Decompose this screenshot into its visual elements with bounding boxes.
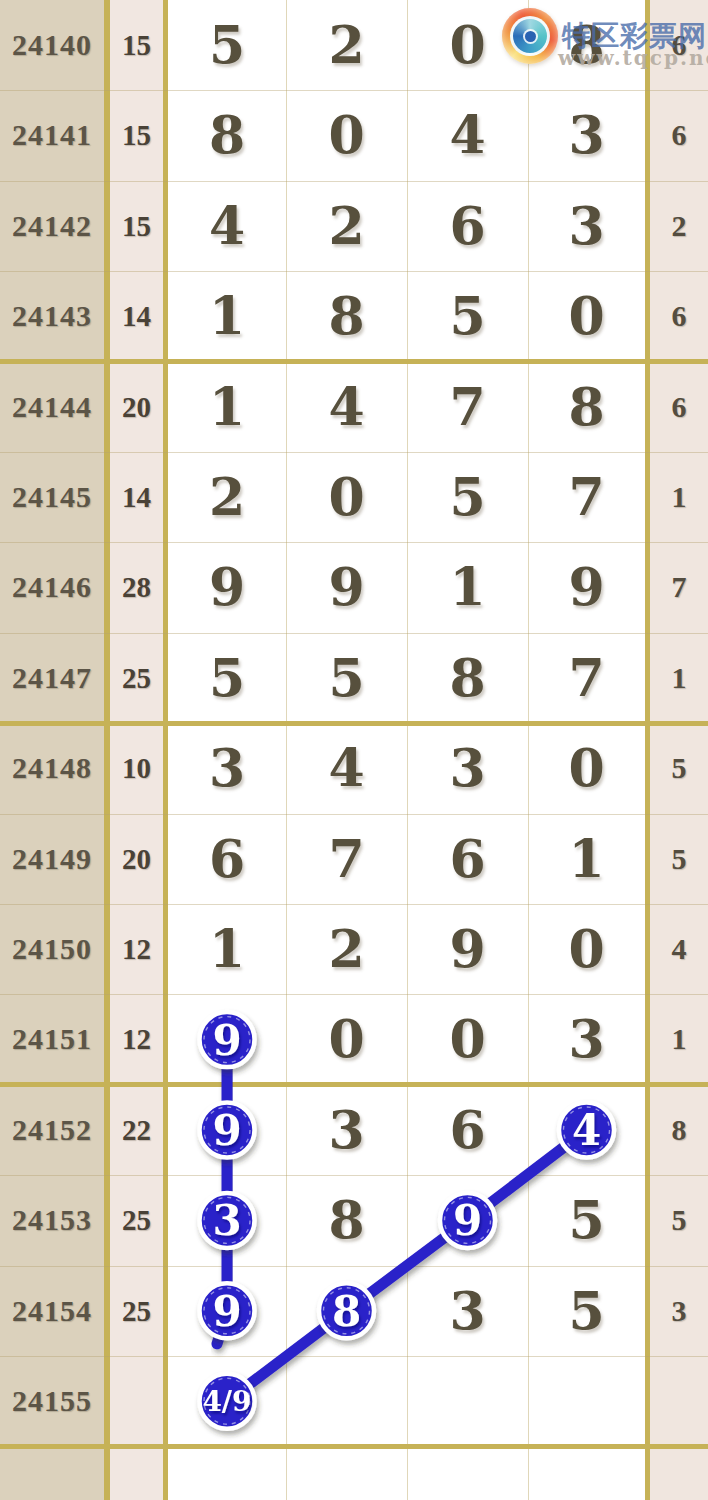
trend-node: 9 (200, 1283, 255, 1338)
trend-overlay: 99439984/9 (0, 0, 708, 1500)
trend-node-label: 9 (212, 1016, 241, 1065)
trend-node: 4/9 (200, 1374, 255, 1429)
trend-node: 4 (559, 1103, 614, 1158)
trend-node: 3 (200, 1193, 255, 1248)
trend-node-label: 8 (332, 1287, 361, 1336)
trend-node: 9 (200, 1103, 255, 1158)
trend-node: 9 (440, 1193, 495, 1248)
trend-node: 9 (200, 1012, 255, 1067)
lottery-trend-chart: 2414015520862414115804362414215426322414… (0, 0, 708, 1500)
trend-node-label: 4 (572, 1106, 601, 1155)
trend-node-label: 4/9 (202, 1385, 251, 1418)
trend-line (227, 1130, 587, 1401)
trend-node-label: 9 (212, 1106, 241, 1155)
trend-node-label: 9 (212, 1287, 241, 1336)
trend-node-label: 9 (453, 1196, 482, 1245)
trend-node: 8 (319, 1283, 374, 1338)
trend-node-label: 3 (212, 1196, 241, 1245)
